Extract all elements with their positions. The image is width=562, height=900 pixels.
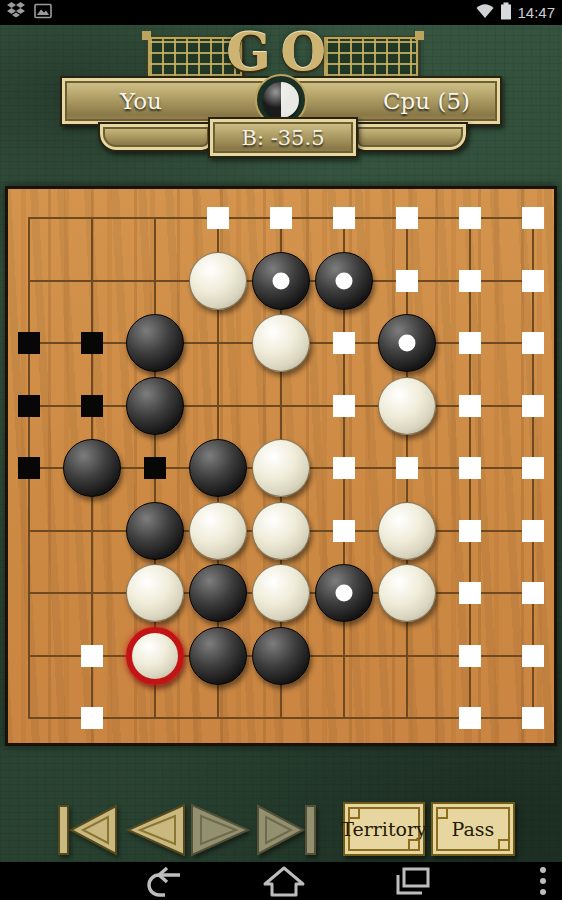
white-territory-marker-F6[interactable] [333, 395, 355, 417]
white-territory-marker-H7[interactable] [459, 332, 481, 354]
android-nav-bar [0, 862, 562, 900]
white-stone-G3[interactable] [378, 564, 436, 622]
black-stone-C7[interactable] [126, 314, 184, 372]
black-territory-marker-C5[interactable] [144, 457, 166, 479]
black-territory-marker-B7[interactable] [81, 332, 103, 354]
score-estimate: B: -35.5 [241, 126, 324, 150]
dead-stone-dot [273, 272, 290, 289]
white-territory-marker-J4[interactable] [522, 520, 544, 542]
white-stone-G6[interactable] [378, 377, 436, 435]
white-stone-D4[interactable] [189, 502, 247, 560]
white-territory-marker-H9[interactable] [459, 207, 481, 229]
white-territory-marker-H5[interactable] [459, 457, 481, 479]
dead-black-stone-E8[interactable] [252, 252, 310, 310]
step-forward-button[interactable] [188, 801, 254, 859]
white-territory-marker-H8[interactable] [459, 270, 481, 292]
clock: 14:47 [517, 4, 555, 21]
black-territory-marker-A5[interactable] [18, 457, 40, 479]
last-move-white-stone-C2[interactable] [126, 627, 184, 685]
black-stone-D5[interactable] [189, 439, 247, 497]
black-stone-B5[interactable] [63, 439, 121, 497]
white-stone-E7[interactable] [252, 314, 310, 372]
white-territory-marker-D9[interactable] [207, 207, 229, 229]
white-territory-marker-G5[interactable] [396, 457, 418, 479]
white-territory-marker-J7[interactable] [522, 332, 544, 354]
white-territory-marker-E9[interactable] [270, 207, 292, 229]
player-left-label: You [120, 88, 162, 114]
black-stone-D3[interactable] [189, 564, 247, 622]
white-territory-marker-G8[interactable] [396, 270, 418, 292]
white-territory-marker-F5[interactable] [333, 457, 355, 479]
white-territory-marker-J8[interactable] [522, 270, 544, 292]
step-back-button[interactable] [122, 801, 188, 859]
white-territory-marker-H6[interactable] [459, 395, 481, 417]
dead-stone-dot [399, 335, 416, 352]
black-territory-marker-B6[interactable] [81, 395, 103, 417]
white-territory-marker-G9[interactable] [396, 207, 418, 229]
white-territory-marker-J9[interactable] [522, 207, 544, 229]
white-territory-marker-H2[interactable] [459, 645, 481, 667]
recents-icon[interactable] [392, 865, 432, 898]
white-territory-marker-J1[interactable] [522, 707, 544, 729]
plaque-lobe-right [352, 122, 468, 152]
white-territory-marker-H1[interactable] [459, 707, 481, 729]
white-territory-marker-J3[interactable] [522, 582, 544, 604]
white-territory-marker-J6[interactable] [522, 395, 544, 417]
white-territory-marker-F9[interactable] [333, 207, 355, 229]
dead-stone-dot [336, 272, 353, 289]
white-stone-D8[interactable] [189, 252, 247, 310]
white-territory-marker-H4[interactable] [459, 520, 481, 542]
home-icon[interactable] [262, 865, 306, 898]
white-territory-marker-J2[interactable] [522, 645, 544, 667]
white-stone-E3[interactable] [252, 564, 310, 622]
half-black-white-stone-icon [263, 82, 299, 118]
go-app-screen: 14:47 GO You Cpu (5) B: -35.5 [0, 0, 562, 900]
white-territory-marker-F4[interactable] [333, 520, 355, 542]
skip-to-end-button[interactable] [254, 801, 318, 859]
white-stone-E4[interactable] [252, 502, 310, 560]
control-bar: Territory Pass [0, 800, 562, 860]
plaque-lobe-left [98, 122, 214, 152]
white-territory-marker-J5[interactable] [522, 457, 544, 479]
dead-black-stone-F3[interactable] [315, 564, 373, 622]
white-stone-G4[interactable] [378, 502, 436, 560]
go-board[interactable] [5, 186, 557, 746]
player-right-label: Cpu (5) [383, 88, 470, 114]
white-stone-C3[interactable] [126, 564, 184, 622]
skip-to-start-button[interactable] [56, 801, 120, 859]
black-territory-marker-A7[interactable] [18, 332, 40, 354]
dead-stone-dot [336, 585, 353, 602]
score-plaque: B: -35.5 [208, 117, 358, 158]
overflow-menu-icon[interactable] [538, 866, 548, 896]
black-stone-C4[interactable] [126, 502, 184, 560]
white-territory-marker-B1[interactable] [81, 707, 103, 729]
black-stone-E2[interactable] [252, 627, 310, 685]
black-stone-D2[interactable] [189, 627, 247, 685]
back-icon[interactable] [138, 865, 186, 898]
black-territory-marker-A6[interactable] [18, 395, 40, 417]
dead-black-stone-G7[interactable] [378, 314, 436, 372]
white-stone-E5[interactable] [252, 439, 310, 497]
black-stone-C6[interactable] [126, 377, 184, 435]
white-territory-marker-H3[interactable] [459, 582, 481, 604]
white-territory-marker-B2[interactable] [81, 645, 103, 667]
white-territory-marker-F7[interactable] [333, 332, 355, 354]
pass-button[interactable]: Pass [431, 802, 515, 856]
dead-black-stone-F8[interactable] [315, 252, 373, 310]
territory-button[interactable]: Territory [343, 802, 425, 856]
